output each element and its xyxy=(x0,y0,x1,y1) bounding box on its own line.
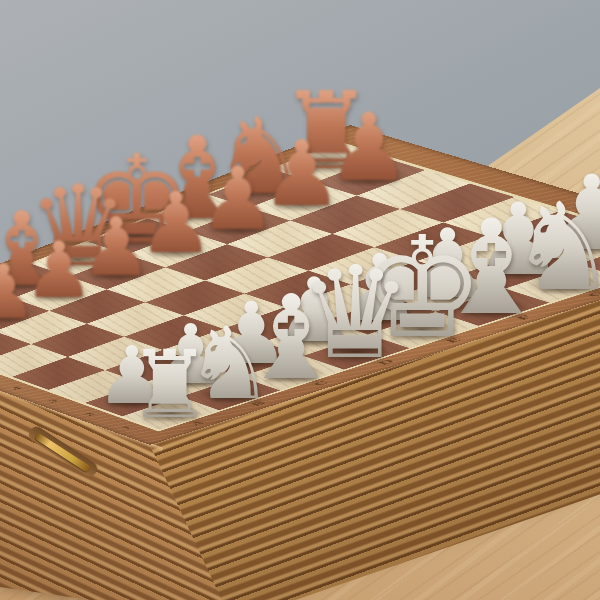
rank-label-3: 3 xyxy=(45,399,60,404)
photo-scene: ABCDEFGH12345678 ♜♞♝♛♚♝♞♜♟♟♟♟♟♟♟♟♟♟♟♟♟♟♟… xyxy=(0,0,600,600)
rank-label-4: 4 xyxy=(9,386,23,391)
file-label-c: C xyxy=(311,380,332,387)
file-label-a: A xyxy=(188,420,207,427)
file-label-e: E xyxy=(443,337,465,344)
rank-label-1: 1 xyxy=(119,425,134,430)
rank-label-2: 2 xyxy=(82,412,97,417)
file-label-f: F xyxy=(513,314,535,321)
file-label-b: B xyxy=(248,400,269,407)
